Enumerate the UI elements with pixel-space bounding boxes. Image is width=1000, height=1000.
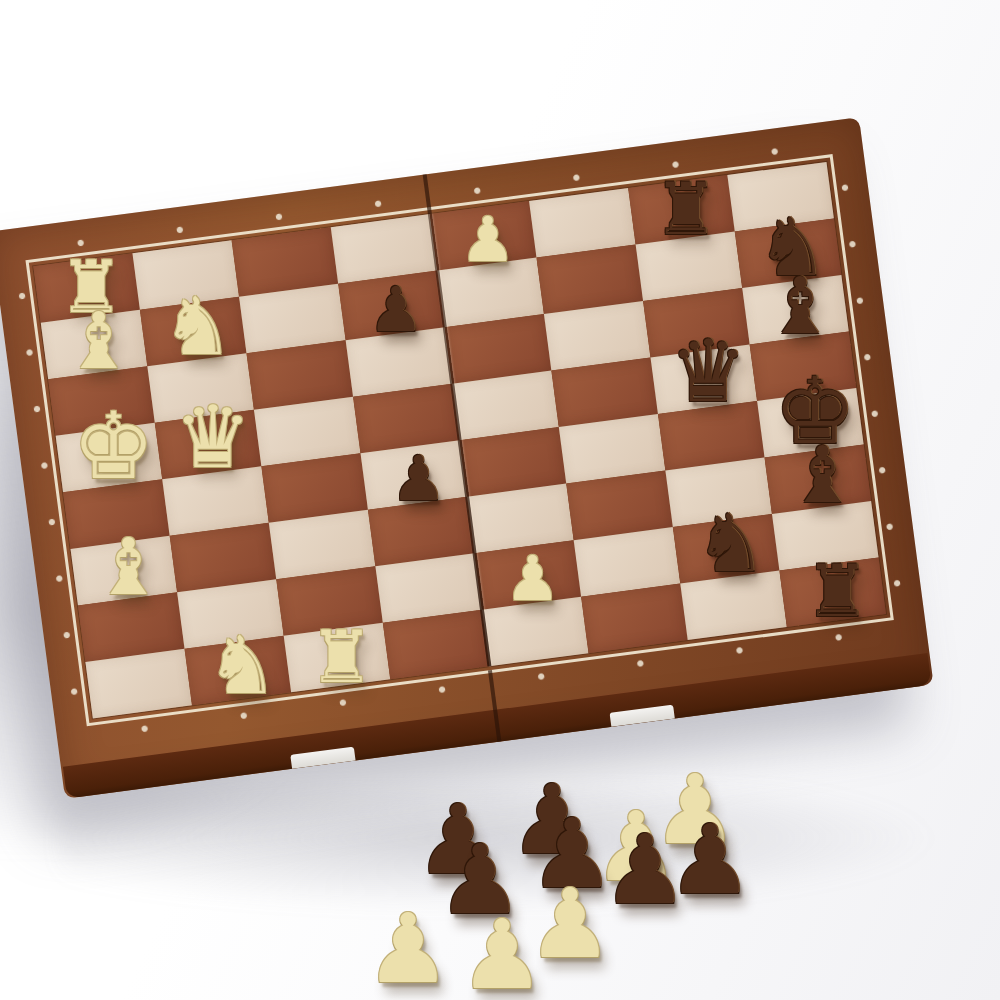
piece-dark-rook[interactable]: ♜ [805, 555, 870, 627]
piece-dark-queen[interactable]: ♛ [670, 328, 747, 414]
piece-dark-bishop[interactable]: ♝ [787, 436, 857, 514]
piece-white-queen[interactable]: ♛ [174, 394, 251, 480]
square-h1[interactable] [85, 649, 192, 719]
piece-white-knight[interactable]: ♞ [162, 287, 234, 367]
square-d7[interactable]: ♛ [650, 344, 757, 414]
piece-white-bishop[interactable]: ♝ [64, 302, 134, 380]
piece-dark-knight[interactable]: ♞ [695, 504, 767, 584]
piece-white-king[interactable]: ♚ [72, 401, 154, 493]
piece-white-pawn[interactable]: ♟ [505, 548, 561, 610]
piece-white-knight[interactable]: ♞ [207, 626, 279, 706]
square-h4[interactable] [383, 610, 490, 680]
square-h6[interactable] [581, 584, 688, 654]
tray-pawn-dark[interactable]: ♟ [602, 822, 688, 918]
square-a7[interactable]: ♜ [628, 175, 735, 245]
tray-pawn-light[interactable]: ♟ [459, 907, 545, 1000]
square-b2[interactable]: ♞ [140, 297, 247, 367]
square-d1[interactable]: ♚ [56, 423, 163, 493]
piece-dark-pawn[interactable]: ♟ [368, 279, 424, 341]
chess-board: ♜♟♜♝♞♟♞♝♚♛♛♟♚♝♝♟♞♞♜♜ [0, 117, 934, 798]
piece-white-bishop[interactable]: ♝ [93, 528, 163, 606]
square-d2[interactable]: ♛ [155, 410, 262, 480]
square-f1[interactable]: ♝ [71, 536, 178, 606]
board-squares: ♜♟♜♝♞♟♞♝♚♛♛♟♚♝♝♟♞♞♜♜ [33, 162, 886, 719]
piece-white-pawn[interactable]: ♟ [460, 209, 516, 271]
piece-dark-rook[interactable]: ♜ [654, 173, 719, 245]
square-b1[interactable]: ♝ [41, 310, 148, 380]
tray-pawn-light[interactable]: ♟ [365, 901, 451, 997]
square-g7[interactable]: ♞ [673, 514, 780, 584]
piece-dark-pawn[interactable]: ♟ [391, 448, 447, 510]
square-h8[interactable]: ♜ [779, 557, 886, 627]
square-h2[interactable]: ♞ [185, 636, 292, 706]
square-h3[interactable]: ♜ [284, 623, 391, 693]
piece-white-rook[interactable]: ♜ [309, 621, 374, 693]
piece-dark-bishop[interactable]: ♝ [765, 267, 835, 345]
